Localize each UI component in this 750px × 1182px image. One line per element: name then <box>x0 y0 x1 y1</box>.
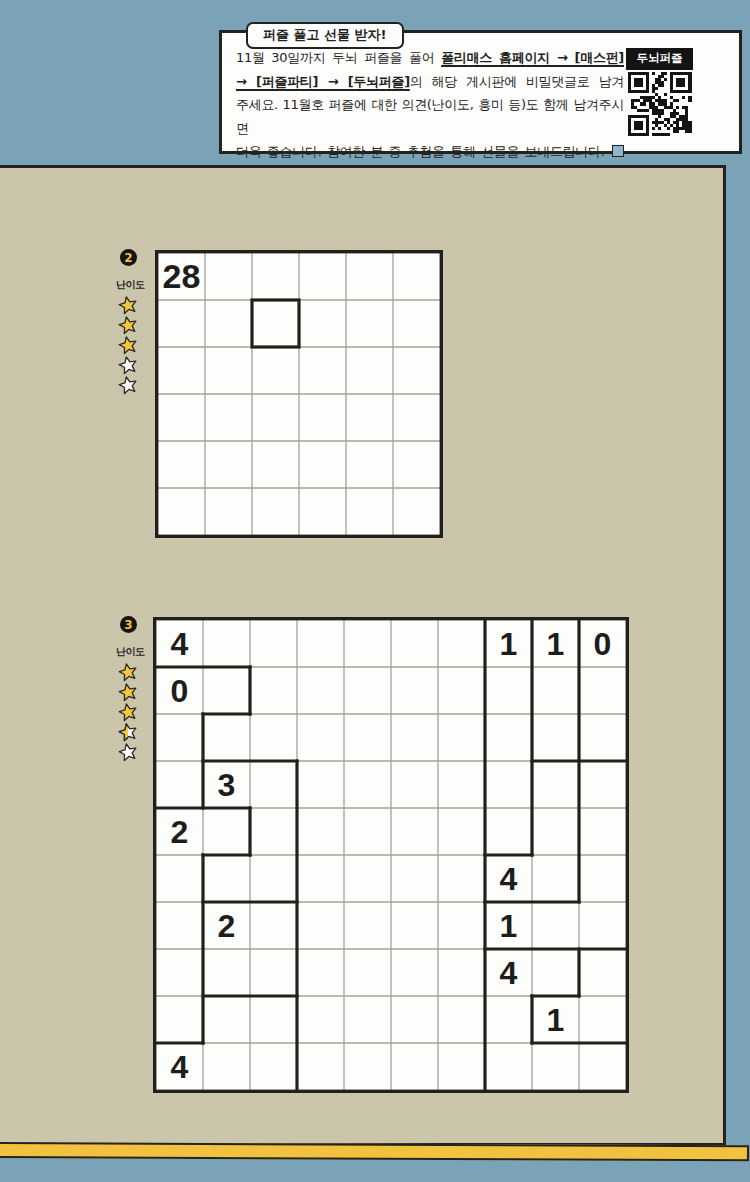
puzzle2-grid: 28 <box>155 250 443 538</box>
qr-label: 두뇌퍼즐 <box>626 48 693 70</box>
given-number-r7c8: 1 <box>500 908 518 944</box>
info-bold-link-text: 폴리매스 홈페이지 → [매스펀] <box>441 50 624 65</box>
qr-block: 두뇌퍼즐 <box>626 48 693 136</box>
given-number-r1c1: 28 <box>163 257 201 295</box>
info-bold-link-text: → [퍼즐파티] → [두뇌퍼즐] <box>236 74 410 89</box>
given-number-r2c1: 0 <box>171 673 189 709</box>
given-number-r1c9: 1 <box>547 626 565 662</box>
puzzle2-meta: 2 난이도 <box>116 249 146 395</box>
given-number-r1c8: 1 <box>500 626 518 662</box>
given-number-r9c9: 1 <box>547 1002 565 1038</box>
puzzle3-grid: 4110032421414 <box>153 617 629 1093</box>
puzzle2-number-badge: 2 <box>120 249 137 266</box>
given-number-r1c1: 4 <box>171 626 189 662</box>
given-number-r10c1: 4 <box>171 1049 189 1085</box>
info-text-segment: 11월 30일까지 두뇌 퍼즐을 풀어 <box>236 50 441 65</box>
info-line: 주세요. 11월호 퍼즐에 대한 의견(난이도, 흥미 등)도 함께 남겨주시면 <box>236 93 624 140</box>
info-line: → [퍼즐파티] → [두뇌퍼즐]의 해당 게시판에 비밀댓글로 남겨 <box>236 70 624 94</box>
given-number-r1c10: 0 <box>594 626 612 662</box>
info-text-segment: 주세요. 11월호 퍼즐에 대한 의견(난이도, 흥미 등)도 함께 남겨주시면 <box>236 97 624 136</box>
info-line: 11월 30일까지 두뇌 퍼즐을 풀어 폴리매스 홈페이지 → [매스펀] <box>236 46 624 70</box>
puzzle2-difficulty-stars <box>117 295 146 395</box>
puzzle2-difficulty-label: 난이도 <box>116 278 146 292</box>
star-empty-icon <box>117 375 139 395</box>
puzzle3-meta: 3 난이도 <box>116 616 146 762</box>
puzzle3-number: 3 <box>124 618 132 632</box>
given-number-r6c8: 4 <box>500 861 518 897</box>
star-empty-icon <box>117 742 139 762</box>
puzzle3-difficulty-label: 난이도 <box>116 645 146 659</box>
end-square-icon <box>612 145 624 157</box>
info-line: 더욱 좋습니다. 참여한 분 중 추첨을 통해 선물을 보내드립니다. <box>236 140 624 164</box>
given-number-r8c8: 4 <box>500 955 518 991</box>
info-tab-title: 퍼즐 풀고 선물 받자! <box>246 22 404 49</box>
info-text-segment: 의 해당 게시판에 비밀댓글로 남겨 <box>410 74 624 89</box>
given-number-r7c2: 2 <box>218 908 236 944</box>
page-edge-bar <box>0 1142 749 1161</box>
given-number-r5c1: 2 <box>171 814 189 850</box>
puzzle3-difficulty-stars <box>117 662 146 762</box>
magazine-page: 퍼즐 풀고 선물 받자! 11월 30일까지 두뇌 퍼즐을 풀어 폴리매스 홈페… <box>0 0 750 1182</box>
puzzle-board: 28 <box>155 250 443 538</box>
info-text-segment: 더욱 좋습니다. 참여한 분 중 추첨을 통해 선물을 보내드립니다. <box>236 144 610 159</box>
info-paragraph: 11월 30일까지 두뇌 퍼즐을 풀어 폴리매스 홈페이지 → [매스펀]→ [… <box>236 46 624 164</box>
given-number-r4c2: 3 <box>218 767 236 803</box>
info-box: 퍼즐 풀고 선물 받자! 11월 30일까지 두뇌 퍼즐을 풀어 폴리매스 홈페… <box>219 30 742 154</box>
puzzle-board: 4110032421414 <box>153 617 629 1093</box>
puzzle2-number: 2 <box>124 251 132 265</box>
qr-code <box>626 72 693 136</box>
puzzle3-number-badge: 3 <box>120 616 137 633</box>
